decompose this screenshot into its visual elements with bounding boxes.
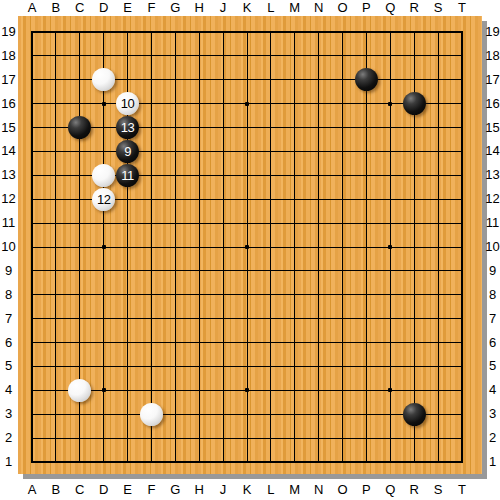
- top-coordinate-label: M: [282, 0, 308, 16]
- right-coordinate-label: 7: [480, 311, 500, 327]
- right-coordinate-label: 15: [480, 120, 500, 136]
- right-coordinate-label: 4: [480, 382, 500, 398]
- left-coordinate-label: 10: [0, 239, 22, 255]
- right-coordinate-label: 14: [480, 143, 500, 159]
- move-number: 11: [121, 168, 134, 183]
- top-coordinate-label: R: [401, 0, 427, 16]
- bottom-coordinate-label: Q: [377, 482, 403, 498]
- right-coordinate-label: 18: [480, 48, 500, 64]
- left-coordinate-label: 14: [0, 143, 22, 159]
- bottom-coordinate-label: B: [43, 482, 69, 498]
- top-coordinate-label: G: [162, 0, 188, 16]
- star-point: [245, 388, 249, 392]
- left-coordinate-label: 18: [0, 48, 22, 64]
- black-stone: [403, 403, 426, 426]
- go-diagram: AABBCCDDEEFFGGHHJJKKLLMMNNOOPPQQRRSSTT19…: [0, 0, 500, 500]
- bottom-coordinate-label: J: [210, 482, 236, 498]
- bottom-coordinate-label: G: [162, 482, 188, 498]
- bottom-coordinate-label: D: [91, 482, 117, 498]
- top-coordinate-label: A: [19, 0, 45, 16]
- left-coordinate-label: 4: [0, 382, 22, 398]
- left-coordinate-label: 9: [0, 263, 22, 279]
- top-coordinate-label: S: [425, 0, 451, 16]
- left-coordinate-label: 1: [0, 454, 22, 470]
- left-coordinate-label: 12: [0, 191, 22, 207]
- bottom-coordinate-label: O: [330, 482, 356, 498]
- black-stone: 11: [116, 164, 139, 187]
- top-coordinate-label: F: [138, 0, 164, 16]
- right-coordinate-label: 11: [480, 215, 500, 231]
- right-coordinate-label: 5: [480, 358, 500, 374]
- right-coordinate-label: 3: [480, 406, 500, 422]
- move-number: 12: [97, 192, 110, 207]
- right-coordinate-label: 10: [480, 239, 500, 255]
- bottom-coordinate-label: L: [258, 482, 284, 498]
- right-coordinate-label: 12: [480, 191, 500, 207]
- right-coordinate-label: 6: [480, 335, 500, 351]
- bottom-coordinate-label: P: [353, 482, 379, 498]
- bottom-coordinate-label: R: [401, 482, 427, 498]
- top-coordinate-label: E: [115, 0, 141, 16]
- star-point: [245, 102, 249, 106]
- bottom-coordinate-label: N: [306, 482, 332, 498]
- bottom-coordinate-label: M: [282, 482, 308, 498]
- top-coordinate-label: P: [353, 0, 379, 16]
- top-coordinate-label: Q: [377, 0, 403, 16]
- star-point: [245, 245, 249, 249]
- top-coordinate-label: L: [258, 0, 284, 16]
- bottom-coordinate-label: A: [19, 482, 45, 498]
- black-stone: 13: [116, 116, 139, 139]
- star-point: [102, 245, 106, 249]
- top-coordinate-label: K: [234, 0, 260, 16]
- top-coordinate-label: N: [306, 0, 332, 16]
- top-coordinate-label: T: [449, 0, 475, 16]
- left-coordinate-label: 13: [0, 167, 22, 183]
- star-point: [102, 388, 106, 392]
- right-coordinate-label: 8: [480, 287, 500, 303]
- top-coordinate-label: O: [330, 0, 356, 16]
- right-coordinate-label: 1: [480, 454, 500, 470]
- left-coordinate-label: 11: [0, 215, 22, 231]
- white-stone: [92, 164, 115, 187]
- bottom-coordinate-label: S: [425, 482, 451, 498]
- right-coordinate-label: 2: [480, 430, 500, 446]
- left-coordinate-label: 19: [0, 24, 22, 40]
- bottom-coordinate-label: F: [138, 482, 164, 498]
- bottom-coordinate-label: E: [115, 482, 141, 498]
- move-number: 13: [121, 120, 134, 135]
- star-point: [102, 102, 106, 106]
- top-coordinate-label: B: [43, 0, 69, 16]
- right-coordinate-label: 16: [480, 96, 500, 112]
- star-point: [388, 102, 392, 106]
- top-coordinate-label: D: [91, 0, 117, 16]
- right-coordinate-label: 9: [480, 263, 500, 279]
- right-coordinate-label: 17: [480, 72, 500, 88]
- left-coordinate-label: 5: [0, 358, 22, 374]
- left-coordinate-label: 2: [0, 430, 22, 446]
- white-stone: [68, 379, 91, 402]
- move-number: 9: [124, 144, 131, 159]
- left-coordinate-label: 3: [0, 406, 22, 422]
- star-point: [388, 245, 392, 249]
- white-stone: 12: [92, 188, 115, 211]
- bottom-coordinate-label: H: [186, 482, 212, 498]
- right-coordinate-label: 13: [480, 167, 500, 183]
- right-coordinate-label: 19: [480, 24, 500, 40]
- left-coordinate-label: 7: [0, 311, 22, 327]
- bottom-coordinate-label: K: [234, 482, 260, 498]
- move-number: 10: [121, 96, 134, 111]
- left-coordinate-label: 16: [0, 96, 22, 112]
- bottom-coordinate-label: C: [67, 482, 93, 498]
- left-coordinate-label: 6: [0, 335, 22, 351]
- top-coordinate-label: J: [210, 0, 236, 16]
- bottom-coordinate-label: T: [449, 482, 475, 498]
- left-coordinate-label: 17: [0, 72, 22, 88]
- left-coordinate-label: 8: [0, 287, 22, 303]
- black-stone: [403, 92, 426, 115]
- left-coordinate-label: 15: [0, 120, 22, 136]
- top-coordinate-label: C: [67, 0, 93, 16]
- white-stone: [140, 403, 163, 426]
- black-stone: 9: [116, 140, 139, 163]
- top-coordinate-label: H: [186, 0, 212, 16]
